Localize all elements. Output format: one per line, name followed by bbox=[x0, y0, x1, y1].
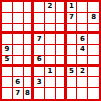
cell-r5c7[interactable] bbox=[67, 45, 78, 56]
cell-r5c9[interactable] bbox=[88, 45, 99, 56]
cell-r5c3[interactable] bbox=[24, 45, 35, 56]
cell-r1c4[interactable] bbox=[34, 2, 45, 13]
cell-r9c2[interactable]: 7 bbox=[13, 88, 24, 99]
cell-r1c7[interactable]: 1 bbox=[67, 2, 78, 13]
cell-r7c1[interactable] bbox=[2, 67, 13, 78]
cell-r1c1[interactable] bbox=[2, 2, 13, 13]
cell-r8c4[interactable]: 3 bbox=[34, 77, 45, 88]
cell-r9c9[interactable] bbox=[88, 88, 99, 99]
cell-r5c2[interactable] bbox=[13, 45, 24, 56]
cell-r2c5[interactable] bbox=[45, 13, 56, 24]
cell-r6c3[interactable] bbox=[24, 56, 35, 67]
cell-r5c5[interactable] bbox=[45, 45, 56, 56]
cell-r7c8[interactable]: 2 bbox=[77, 67, 88, 78]
cell-r6c9[interactable] bbox=[88, 56, 99, 67]
cell-r5c1[interactable]: 9 bbox=[2, 45, 13, 56]
cell-r9c6[interactable] bbox=[56, 88, 67, 99]
cell-r8c9[interactable] bbox=[88, 77, 99, 88]
cell-r9c1[interactable] bbox=[2, 88, 13, 99]
cell-r9c8[interactable] bbox=[77, 88, 88, 99]
cell-r8c5[interactable] bbox=[45, 77, 56, 88]
cell-r3c7[interactable] bbox=[67, 24, 78, 35]
cell-r5c4[interactable] bbox=[34, 45, 45, 56]
cell-r3c6[interactable] bbox=[56, 24, 67, 35]
cell-r3c3[interactable] bbox=[24, 24, 35, 35]
cell-r8c6[interactable] bbox=[56, 77, 67, 88]
cell-r2c7[interactable]: 7 bbox=[67, 13, 78, 24]
cell-r8c2[interactable]: 6 bbox=[13, 77, 24, 88]
cell-r7c5[interactable]: 1 bbox=[45, 67, 56, 78]
cell-r1c2[interactable] bbox=[13, 2, 24, 13]
cell-r4c8[interactable]: 6 bbox=[77, 34, 88, 45]
cell-r7c6[interactable] bbox=[56, 67, 67, 78]
sudoku-board: 21787694561526378 bbox=[0, 0, 101, 101]
cell-r6c8[interactable] bbox=[77, 56, 88, 67]
cell-r7c4[interactable] bbox=[34, 67, 45, 78]
cell-r1c8[interactable] bbox=[77, 2, 88, 13]
cell-r4c9[interactable] bbox=[88, 34, 99, 45]
cell-r1c5[interactable]: 2 bbox=[45, 2, 56, 13]
cell-r2c4[interactable] bbox=[34, 13, 45, 24]
cell-r8c8[interactable] bbox=[77, 77, 88, 88]
cell-r4c6[interactable] bbox=[56, 34, 67, 45]
cell-r8c3[interactable] bbox=[24, 77, 35, 88]
cell-r2c6[interactable] bbox=[56, 13, 67, 24]
cell-r6c7[interactable] bbox=[67, 56, 78, 67]
cell-r4c2[interactable] bbox=[13, 34, 24, 45]
cell-r6c1[interactable]: 5 bbox=[2, 56, 13, 67]
cell-r3c8[interactable] bbox=[77, 24, 88, 35]
cell-r4c4[interactable]: 7 bbox=[34, 34, 45, 45]
cell-r3c1[interactable] bbox=[2, 24, 13, 35]
cell-r2c2[interactable] bbox=[13, 13, 24, 24]
cell-r3c5[interactable] bbox=[45, 24, 56, 35]
cell-r8c1[interactable] bbox=[2, 77, 13, 88]
cell-r3c9[interactable] bbox=[88, 24, 99, 35]
cell-r5c8[interactable]: 4 bbox=[77, 45, 88, 56]
cell-r6c4[interactable]: 6 bbox=[34, 56, 45, 67]
cell-r2c9[interactable]: 8 bbox=[88, 13, 99, 24]
cell-r1c6[interactable] bbox=[56, 2, 67, 13]
cell-r6c5[interactable] bbox=[45, 56, 56, 67]
cell-r7c9[interactable] bbox=[88, 67, 99, 78]
cell-r9c5[interactable] bbox=[45, 88, 56, 99]
cell-r4c5[interactable] bbox=[45, 34, 56, 45]
cell-r1c9[interactable] bbox=[88, 2, 99, 13]
cell-r7c2[interactable] bbox=[13, 67, 24, 78]
cell-r7c3[interactable] bbox=[24, 67, 35, 78]
cell-r7c7[interactable]: 5 bbox=[67, 67, 78, 78]
cell-r5c6[interactable] bbox=[56, 45, 67, 56]
cell-r6c6[interactable] bbox=[56, 56, 67, 67]
cell-r1c3[interactable] bbox=[24, 2, 35, 13]
cell-r4c3[interactable] bbox=[24, 34, 35, 45]
cell-r3c4[interactable] bbox=[34, 24, 45, 35]
cell-r6c2[interactable] bbox=[13, 56, 24, 67]
cell-r8c7[interactable] bbox=[67, 77, 78, 88]
cell-r4c1[interactable] bbox=[2, 34, 13, 45]
cell-r9c4[interactable] bbox=[34, 88, 45, 99]
cell-r2c1[interactable] bbox=[2, 13, 13, 24]
cell-r2c3[interactable] bbox=[24, 13, 35, 24]
cell-r4c7[interactable] bbox=[67, 34, 78, 45]
cell-r9c7[interactable] bbox=[67, 88, 78, 99]
cell-r3c2[interactable] bbox=[13, 24, 24, 35]
cell-r2c8[interactable] bbox=[77, 13, 88, 24]
cell-r9c3[interactable]: 8 bbox=[24, 88, 35, 99]
